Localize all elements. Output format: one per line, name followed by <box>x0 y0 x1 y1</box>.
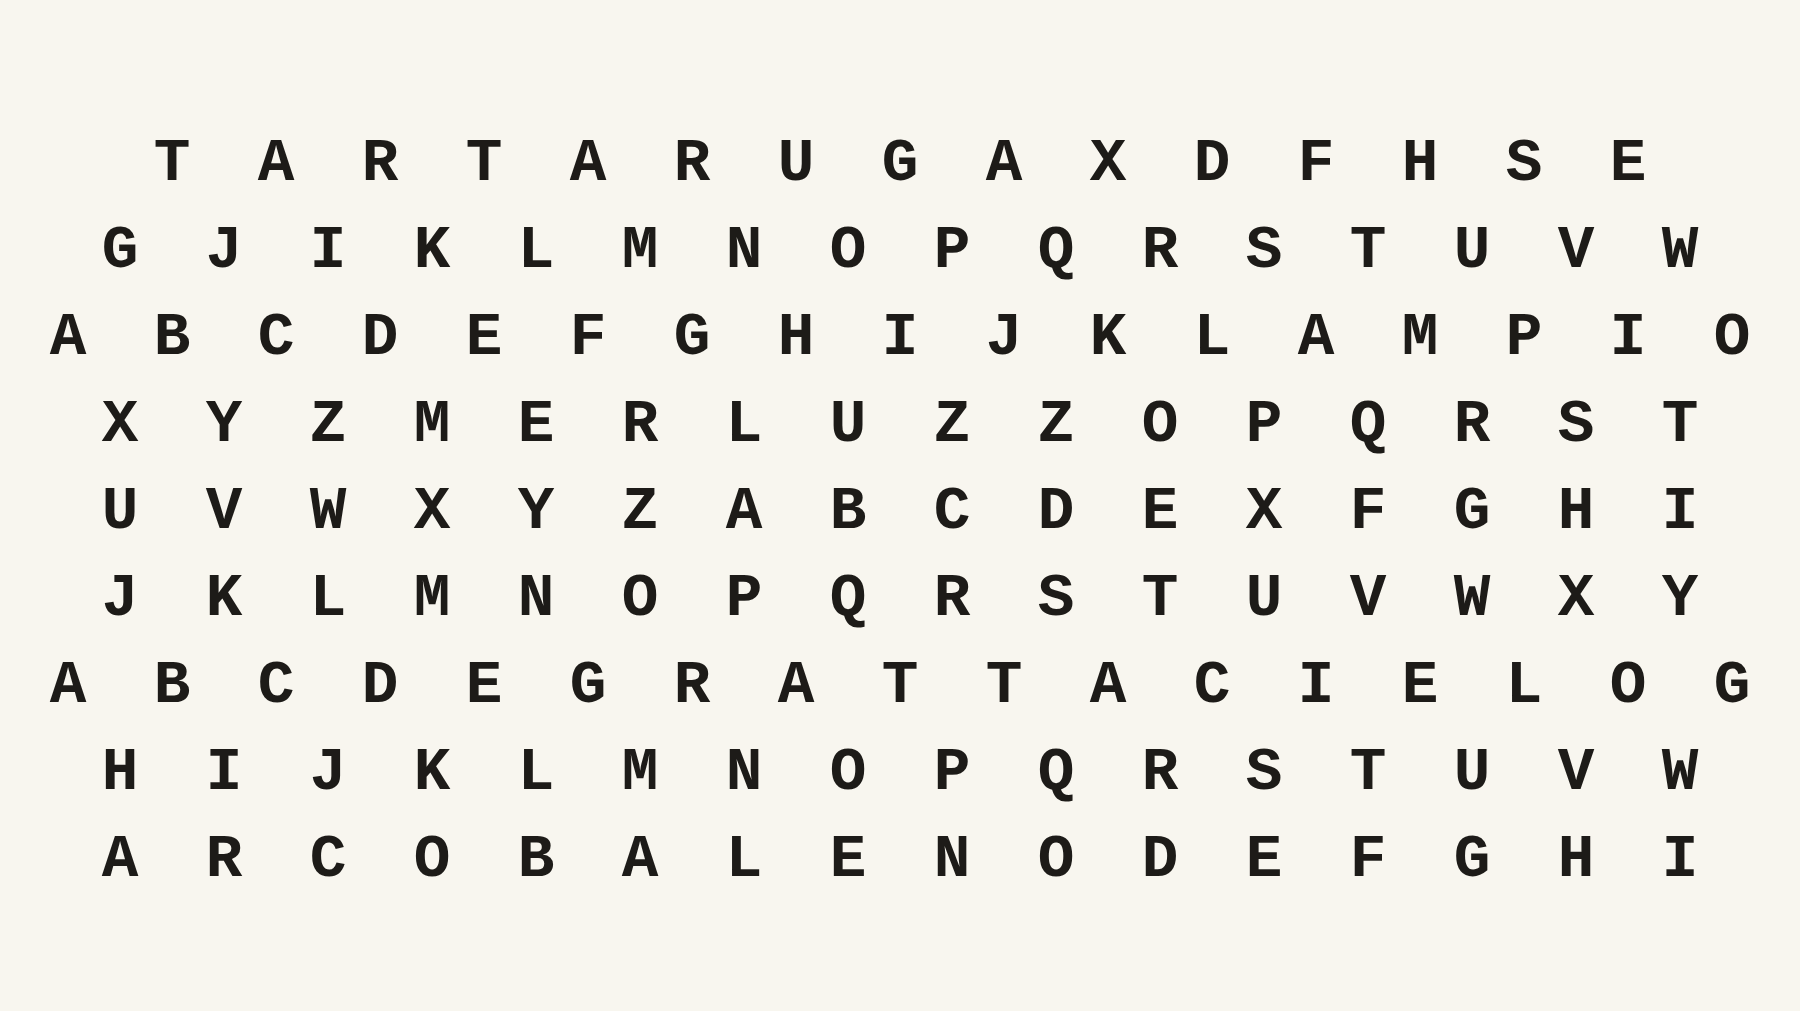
grid-cell[interactable]: R <box>1108 729 1212 816</box>
grid-cell[interactable]: V <box>172 468 276 555</box>
grid-cell[interactable]: D <box>1108 816 1212 903</box>
board-row: HIJKLMNOPQRSTUVW <box>0 729 1800 816</box>
grid-cell[interactable]: R <box>588 381 692 468</box>
grid-cell[interactable]: P <box>900 207 1004 294</box>
grid-cell[interactable]: O <box>796 207 900 294</box>
grid-cell[interactable]: S <box>1472 120 1576 207</box>
grid-cell[interactable]: N <box>692 729 796 816</box>
board-row: UVWXYZABCDEXFGHI <box>0 468 1800 555</box>
grid-cell[interactable]: N <box>484 555 588 642</box>
grid-cell[interactable]: B <box>120 642 224 729</box>
grid-cell[interactable]: Z <box>1004 381 1108 468</box>
grid-cell[interactable]: S <box>1212 207 1316 294</box>
grid-cell[interactable]: W <box>1628 729 1732 816</box>
grid-cell[interactable]: T <box>1316 207 1420 294</box>
grid-cell[interactable]: W <box>1420 555 1524 642</box>
grid-cell[interactable]: I <box>1576 294 1680 381</box>
grid-cell[interactable]: H <box>1524 816 1628 903</box>
grid-cell[interactable]: G <box>1680 642 1784 729</box>
grid-cell[interactable]: Q <box>1316 381 1420 468</box>
grid-cell[interactable]: A <box>744 642 848 729</box>
grid-cell[interactable]: J <box>68 555 172 642</box>
grid-cell[interactable]: E <box>1108 468 1212 555</box>
grid-cell[interactable]: A <box>588 816 692 903</box>
grid-cell[interactable]: U <box>1212 555 1316 642</box>
grid-cell[interactable]: O <box>796 729 900 816</box>
grid-cell[interactable]: E <box>1576 120 1680 207</box>
grid-cell[interactable]: I <box>848 294 952 381</box>
board-row: XYZMERLUZZOPQRST <box>0 381 1800 468</box>
grid-cell[interactable]: N <box>692 207 796 294</box>
grid-cell[interactable]: O <box>380 816 484 903</box>
grid-cell[interactable]: T <box>120 120 224 207</box>
grid-cell[interactable]: P <box>1472 294 1576 381</box>
grid-cell[interactable]: Z <box>276 381 380 468</box>
board-row: ABCDEFGHIJKLAMPIO <box>0 294 1800 381</box>
grid-cell[interactable]: Q <box>1004 729 1108 816</box>
grid-cell[interactable]: O <box>1576 642 1680 729</box>
grid-cell[interactable]: R <box>172 816 276 903</box>
grid-cell[interactable]: B <box>120 294 224 381</box>
board-row: ABCDEGRATTACIELOG <box>0 642 1800 729</box>
grid-cell[interactable]: H <box>744 294 848 381</box>
grid-cell[interactable]: U <box>1420 207 1524 294</box>
grid-cell[interactable]: A <box>952 120 1056 207</box>
grid-cell[interactable]: M <box>380 555 484 642</box>
grid-cell[interactable]: W <box>276 468 380 555</box>
grid-cell[interactable]: S <box>1212 729 1316 816</box>
grid-cell[interactable]: T <box>952 642 1056 729</box>
grid-cell[interactable]: F <box>1316 468 1420 555</box>
grid-cell[interactable]: K <box>172 555 276 642</box>
grid-cell[interactable]: L <box>692 381 796 468</box>
grid-cell[interactable]: P <box>900 729 1004 816</box>
grid-cell[interactable]: G <box>848 120 952 207</box>
grid-cell[interactable]: I <box>172 729 276 816</box>
grid-cell[interactable]: V <box>1316 555 1420 642</box>
grid-cell[interactable]: G <box>68 207 172 294</box>
grid-cell[interactable]: P <box>692 555 796 642</box>
grid-cell[interactable]: O <box>1108 381 1212 468</box>
grid-cell[interactable]: X <box>68 381 172 468</box>
grid-cell[interactable]: I <box>1628 468 1732 555</box>
grid-cell[interactable]: B <box>484 816 588 903</box>
grid-cell[interactable]: A <box>16 642 120 729</box>
grid-cell[interactable]: X <box>380 468 484 555</box>
grid-cell[interactable]: U <box>1420 729 1524 816</box>
grid-cell[interactable]: M <box>1368 294 1472 381</box>
grid-cell[interactable]: K <box>380 729 484 816</box>
grid-cell[interactable]: R <box>900 555 1004 642</box>
grid-cell[interactable]: F <box>1316 816 1420 903</box>
grid-cell[interactable]: X <box>1524 555 1628 642</box>
grid-cell[interactable]: E <box>1368 642 1472 729</box>
grid-cell[interactable]: S <box>1004 555 1108 642</box>
grid-cell[interactable]: J <box>276 729 380 816</box>
grid-cell[interactable]: T <box>1628 381 1732 468</box>
board-row: JKLMNOPQRSTUVWXY <box>0 555 1800 642</box>
grid-cell[interactable]: E <box>484 381 588 468</box>
grid-cell[interactable]: N <box>900 816 1004 903</box>
grid-cell[interactable]: Y <box>1628 555 1732 642</box>
grid-cell[interactable]: H <box>68 729 172 816</box>
grid-cell[interactable]: R <box>328 120 432 207</box>
grid-cell[interactable]: C <box>224 294 328 381</box>
grid-cell[interactable]: B <box>796 468 900 555</box>
grid-cell[interactable]: T <box>1108 555 1212 642</box>
grid-cell[interactable]: E <box>796 816 900 903</box>
grid-cell[interactable]: Z <box>588 468 692 555</box>
grid-cell[interactable]: K <box>1056 294 1160 381</box>
grid-cell[interactable]: D <box>328 642 432 729</box>
grid-cell[interactable]: M <box>588 207 692 294</box>
grid-cell[interactable]: D <box>1004 468 1108 555</box>
grid-cell[interactable]: A <box>16 294 120 381</box>
grid-cell[interactable]: G <box>640 294 744 381</box>
grid-cell[interactable]: G <box>1420 468 1524 555</box>
grid-cell[interactable]: X <box>1056 120 1160 207</box>
grid-cell[interactable]: O <box>1680 294 1784 381</box>
grid-cell[interactable]: C <box>276 816 380 903</box>
grid-cell[interactable]: G <box>1420 816 1524 903</box>
grid-cell[interactable]: R <box>640 120 744 207</box>
grid-cell[interactable]: U <box>744 120 848 207</box>
grid-cell[interactable]: V <box>1524 729 1628 816</box>
grid-cell[interactable]: L <box>692 816 796 903</box>
grid-cell[interactable]: U <box>68 468 172 555</box>
grid-cell[interactable]: R <box>640 642 744 729</box>
grid-cell[interactable]: J <box>952 294 1056 381</box>
grid-cell[interactable]: R <box>1420 381 1524 468</box>
grid-cell[interactable]: D <box>1160 120 1264 207</box>
grid-cell[interactable]: D <box>328 294 432 381</box>
grid-cell[interactable]: Y <box>484 468 588 555</box>
grid-cell[interactable]: A <box>224 120 328 207</box>
grid-cell[interactable]: E <box>432 642 536 729</box>
grid-cell[interactable]: K <box>380 207 484 294</box>
grid-cell[interactable]: V <box>1524 207 1628 294</box>
grid-cell[interactable]: T <box>432 120 536 207</box>
grid-cell[interactable]: J <box>172 207 276 294</box>
grid-cell[interactable]: E <box>432 294 536 381</box>
grid-cell[interactable]: F <box>536 294 640 381</box>
grid-cell[interactable]: C <box>224 642 328 729</box>
grid-cell[interactable]: I <box>276 207 380 294</box>
grid-cell[interactable]: Z <box>900 381 1004 468</box>
word-search-board: TARTARUGAXDFHSEGJIKLMNOPQRSTUVWABCDEFGHI… <box>0 0 1800 1011</box>
grid-cell[interactable]: U <box>796 381 900 468</box>
grid-cell[interactable]: A <box>536 120 640 207</box>
grid-cell[interactable]: L <box>1472 642 1576 729</box>
grid-cell[interactable]: X <box>1212 468 1316 555</box>
grid-cell[interactable]: I <box>1264 642 1368 729</box>
grid-cell[interactable]: F <box>1264 120 1368 207</box>
grid-cell[interactable]: A <box>692 468 796 555</box>
grid-cell[interactable]: T <box>848 642 952 729</box>
grid-cell[interactable]: C <box>900 468 1004 555</box>
board-row: ARCOBALENODEFGHI <box>0 816 1800 903</box>
grid-cell[interactable]: L <box>484 207 588 294</box>
grid-cell[interactable]: A <box>1264 294 1368 381</box>
grid-cell[interactable]: S <box>1524 381 1628 468</box>
board-row: TARTARUGAXDFHSE <box>0 120 1800 207</box>
grid-cell[interactable]: P <box>1212 381 1316 468</box>
grid-cell[interactable]: H <box>1524 468 1628 555</box>
board-row: GJIKLMNOPQRSTUVW <box>0 207 1800 294</box>
grid-cell[interactable]: L <box>1160 294 1264 381</box>
grid-cell[interactable]: T <box>1316 729 1420 816</box>
grid-cell[interactable]: Y <box>172 381 276 468</box>
grid-cell[interactable]: O <box>1004 816 1108 903</box>
grid-cell[interactable]: A <box>68 816 172 903</box>
grid-cell[interactable]: C <box>1160 642 1264 729</box>
grid-cell[interactable]: M <box>588 729 692 816</box>
grid-cell[interactable]: H <box>1368 120 1472 207</box>
grid-cell[interactable]: I <box>1628 816 1732 903</box>
grid-cell[interactable]: E <box>1212 816 1316 903</box>
grid-cell[interactable]: O <box>588 555 692 642</box>
grid-cell[interactable]: M <box>380 381 484 468</box>
grid-cell[interactable]: Q <box>796 555 900 642</box>
grid-cell[interactable]: L <box>484 729 588 816</box>
grid-cell[interactable]: A <box>1056 642 1160 729</box>
grid-cell[interactable]: G <box>536 642 640 729</box>
grid-cell[interactable]: L <box>276 555 380 642</box>
grid-cell[interactable]: R <box>1108 207 1212 294</box>
grid-cell[interactable]: W <box>1628 207 1732 294</box>
grid-cell[interactable]: Q <box>1004 207 1108 294</box>
